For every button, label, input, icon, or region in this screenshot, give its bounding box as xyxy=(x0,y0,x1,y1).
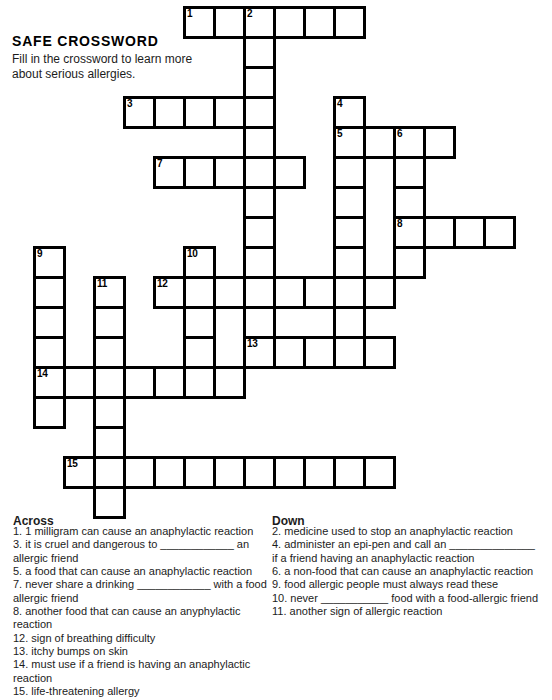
grid-cell-r12c4[interactable] xyxy=(153,366,186,399)
grid-cell-r12c1[interactable] xyxy=(63,366,96,399)
across-clue-8: 8. another food that can cause an anyphy… xyxy=(13,605,267,632)
grid-cell-r8c0[interactable]: 9 xyxy=(33,246,66,279)
grid-cell-r12c3[interactable] xyxy=(123,366,156,399)
grid-cell-r12c2[interactable] xyxy=(93,366,126,399)
grid-cell-r0c9[interactable] xyxy=(303,6,336,39)
grid-cell-r0c5[interactable]: 1 xyxy=(183,6,216,39)
grid-cell-r15c1[interactable]: 15 xyxy=(63,456,96,489)
clue-number-11: 11 xyxy=(97,278,107,289)
grid-cell-r6c10[interactable] xyxy=(333,186,366,219)
across-clue-12: 12. sign of breathing difficulty xyxy=(13,632,267,645)
clue-number-8: 8 xyxy=(397,218,402,229)
clue-number-10: 10 xyxy=(187,248,198,259)
grid-cell-r9c7[interactable] xyxy=(243,276,276,309)
across-clue-1: 1. 1 milligram can cause an anaphylactic… xyxy=(13,525,267,538)
grid-cell-r12c0[interactable]: 14 xyxy=(33,366,66,399)
grid-cell-r3c6[interactable] xyxy=(213,96,246,129)
grid-cell-r15c2[interactable] xyxy=(93,456,126,489)
grid-cell-r3c5[interactable] xyxy=(183,96,216,129)
across-clue-7: 7. never share a drinking ____________ w… xyxy=(13,578,267,605)
grid-cell-r4c7[interactable] xyxy=(243,126,276,159)
grid-cell-r5c10[interactable] xyxy=(333,156,366,189)
grid-cell-r0c6[interactable] xyxy=(213,6,246,39)
grid-cell-r10c0[interactable] xyxy=(33,306,66,339)
grid-cell-r0c7[interactable]: 2 xyxy=(243,6,276,39)
clue-number-15: 15 xyxy=(67,458,78,469)
across-clue-5: 5. a food that can cause an anaphylactic… xyxy=(13,565,267,578)
clue-number-5: 5 xyxy=(337,128,342,139)
grid-cell-r8c7[interactable] xyxy=(243,246,276,279)
grid-cell-r0c8[interactable] xyxy=(273,6,306,39)
grid-cell-r0c10[interactable] xyxy=(333,6,366,39)
grid-cell-r10c2[interactable] xyxy=(93,306,126,339)
clue-number-14: 14 xyxy=(37,368,48,379)
grid-cell-r7c13[interactable] xyxy=(423,216,456,249)
grid-cell-r4c10[interactable]: 5 xyxy=(333,126,366,159)
grid-cell-r15c4[interactable] xyxy=(153,456,186,489)
grid-cell-r11c7[interactable]: 13 xyxy=(243,336,276,369)
grid-cell-r15c6[interactable] xyxy=(213,456,246,489)
grid-cell-r3c4[interactable] xyxy=(153,96,186,129)
grid-cell-r10c5[interactable] xyxy=(183,306,216,339)
grid-cell-r7c10[interactable] xyxy=(333,216,366,249)
grid-cell-r9c0[interactable] xyxy=(33,276,66,309)
clue-number-6: 6 xyxy=(397,128,402,139)
grid-cell-r9c8[interactable] xyxy=(273,276,306,309)
grid-cell-r15c8[interactable] xyxy=(273,456,306,489)
grid-cell-r15c9[interactable] xyxy=(303,456,336,489)
grid-cell-r11c9[interactable] xyxy=(303,336,336,369)
down-clue-9: 9. food allergic people must always read… xyxy=(272,578,538,591)
clue-number-12: 12 xyxy=(157,278,168,289)
across-clue-list: 1. 1 milligram can cause an anaphylactic… xyxy=(13,525,267,698)
grid-cell-r9c9[interactable] xyxy=(303,276,336,309)
down-clue-2: 2. medicine used to stop an anaphylactic… xyxy=(272,525,538,538)
crossword-grid: 123456789101112131415 xyxy=(0,0,552,520)
grid-cell-r9c4[interactable]: 12 xyxy=(153,276,186,309)
grid-cell-r5c7[interactable] xyxy=(243,156,276,189)
grid-cell-r11c2[interactable] xyxy=(93,336,126,369)
grid-cell-r9c5[interactable] xyxy=(183,276,216,309)
grid-cell-r10c10[interactable] xyxy=(333,306,366,339)
across-clue-15: 15. life-threatening allergy xyxy=(13,685,267,698)
grid-cell-r5c6[interactable] xyxy=(213,156,246,189)
grid-cell-r15c3[interactable] xyxy=(123,456,156,489)
grid-cell-r7c7[interactable] xyxy=(243,216,276,249)
grid-cell-r8c10[interactable] xyxy=(333,246,366,279)
grid-cell-r4c13[interactable] xyxy=(423,126,456,159)
grid-cell-r1c7[interactable] xyxy=(243,36,276,69)
clue-number-9: 9 xyxy=(37,248,42,259)
across-clue-14: 14. must use if a friend is having an an… xyxy=(13,658,267,685)
down-clue-4: 4. administer an epi-pen and call an ___… xyxy=(272,538,538,565)
down-clue-11: 11. another sign of allergic reaction xyxy=(272,605,538,618)
clue-number-7: 7 xyxy=(157,158,162,169)
grid-cell-r8c5[interactable]: 10 xyxy=(183,246,216,279)
down-clue-6: 6. a non-food that can cause an anaphyla… xyxy=(272,565,538,578)
grid-cell-r11c5[interactable] xyxy=(183,336,216,369)
grid-cell-r9c11[interactable] xyxy=(363,276,396,309)
grid-cell-r4c11[interactable] xyxy=(363,126,396,159)
down-clue-10: 10. never ___________ food with a food-a… xyxy=(272,592,538,605)
grid-cell-r3c3[interactable]: 3 xyxy=(123,96,156,129)
grid-cell-r13c2[interactable] xyxy=(93,396,126,429)
clue-number-3: 3 xyxy=(127,98,132,109)
grid-cell-r6c12[interactable] xyxy=(393,186,426,219)
clue-number-4: 4 xyxy=(337,98,342,109)
grid-cell-r12c6[interactable] xyxy=(213,366,246,399)
clue-number-2: 2 xyxy=(247,8,252,19)
grid-cell-r11c10[interactable] xyxy=(333,336,366,369)
grid-cell-r6c7[interactable] xyxy=(243,186,276,219)
grid-cell-r15c5[interactable] xyxy=(183,456,216,489)
grid-cell-r10c7[interactable] xyxy=(243,306,276,339)
down-clue-list: 2. medicine used to stop an anaphylactic… xyxy=(272,525,538,618)
grid-cell-r7c15[interactable] xyxy=(483,216,516,249)
grid-cell-r3c7[interactable] xyxy=(243,96,276,129)
grid-cell-r5c12[interactable] xyxy=(393,156,426,189)
grid-cell-r5c8[interactable] xyxy=(273,156,306,189)
crossword-page: SAFE CROSSWORD Fill in the crossword to … xyxy=(0,0,552,700)
grid-cell-r9c10[interactable] xyxy=(333,276,366,309)
grid-cell-r5c4[interactable]: 7 xyxy=(153,156,186,189)
grid-cell-r7c12[interactable]: 8 xyxy=(393,216,426,249)
grid-cell-r15c10[interactable] xyxy=(333,456,366,489)
clue-number-1: 1 xyxy=(187,8,192,19)
grid-cell-r15c11[interactable] xyxy=(363,456,396,489)
grid-cell-r3c10[interactable]: 4 xyxy=(333,96,366,129)
grid-cell-r9c6[interactable] xyxy=(213,276,246,309)
clue-number-13: 13 xyxy=(247,338,258,349)
grid-cell-r16c2[interactable] xyxy=(93,486,126,519)
grid-cell-r12c5[interactable] xyxy=(183,366,216,399)
grid-cell-r14c2[interactable] xyxy=(93,426,126,459)
grid-cell-r4c12[interactable]: 6 xyxy=(393,126,426,159)
across-clue-13: 13. itchy bumps on skin xyxy=(13,645,267,658)
grid-cell-r11c8[interactable] xyxy=(273,336,306,369)
grid-cell-r9c2[interactable]: 11 xyxy=(93,276,126,309)
grid-cell-r8c12[interactable] xyxy=(393,246,426,279)
grid-cell-r5c5[interactable] xyxy=(183,156,216,189)
across-clue-3: 3. it is cruel and dangerous to ________… xyxy=(13,538,267,565)
grid-cell-r13c0[interactable] xyxy=(33,396,66,429)
grid-cell-r11c0[interactable] xyxy=(33,336,66,369)
grid-cell-r11c11[interactable] xyxy=(363,336,396,369)
grid-cell-r7c14[interactable] xyxy=(453,216,486,249)
grid-cell-r2c7[interactable] xyxy=(243,66,276,99)
grid-cell-r15c7[interactable] xyxy=(243,456,276,489)
